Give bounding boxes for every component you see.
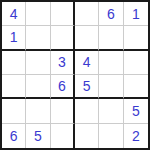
cell-r3c4-given[interactable]: 4 (75, 51, 99, 75)
cell-r6c4-empty[interactable] (75, 124, 99, 148)
cell-r6c3-empty[interactable] (51, 124, 75, 148)
cell-r3c2-empty[interactable] (26, 51, 50, 75)
cell-r4c6-empty[interactable] (124, 75, 148, 99)
cell-r1c6-given[interactable]: 1 (124, 2, 148, 26)
cell-r5c3-empty[interactable] (51, 99, 75, 123)
cell-r2c3-empty[interactable] (51, 26, 75, 50)
cell-r6c1-given[interactable]: 6 (2, 124, 26, 148)
cell-r5c4-empty[interactable] (75, 99, 99, 123)
cell-r1c2-empty[interactable] (26, 2, 50, 26)
cell-r6c2-given[interactable]: 5 (26, 124, 50, 148)
cell-r1c4-empty[interactable] (75, 2, 99, 26)
cell-r3c3-given[interactable]: 3 (51, 51, 75, 75)
cell-r5c2-empty[interactable] (26, 99, 50, 123)
cell-r1c3-empty[interactable] (51, 2, 75, 26)
cell-r2c2-empty[interactable] (26, 26, 50, 50)
cell-r3c6-empty[interactable] (124, 51, 148, 75)
cell-r5c6-given[interactable]: 5 (124, 99, 148, 123)
cell-r1c1-given[interactable]: 4 (2, 2, 26, 26)
cell-r4c1-empty[interactable] (2, 75, 26, 99)
cell-r4c2-empty[interactable] (26, 75, 50, 99)
cell-r2c4-empty[interactable] (75, 26, 99, 50)
cell-r5c5-empty[interactable] (99, 99, 123, 123)
cell-r3c1-empty[interactable] (2, 51, 26, 75)
cell-r5c1-empty[interactable] (2, 99, 26, 123)
cell-r1c5-given[interactable]: 6 (99, 2, 123, 26)
cell-r6c6-given[interactable]: 2 (124, 124, 148, 148)
cell-r3c5-empty[interactable] (99, 51, 123, 75)
cell-r4c4-given[interactable]: 5 (75, 75, 99, 99)
cell-r6c5-empty[interactable] (99, 124, 123, 148)
sudoku-board: 461134655652 (0, 0, 150, 150)
cell-r2c1-given[interactable]: 1 (2, 26, 26, 50)
cell-r2c5-empty[interactable] (99, 26, 123, 50)
cell-r4c5-empty[interactable] (99, 75, 123, 99)
cell-r2c6-empty[interactable] (124, 26, 148, 50)
cell-r4c3-given[interactable]: 6 (51, 75, 75, 99)
